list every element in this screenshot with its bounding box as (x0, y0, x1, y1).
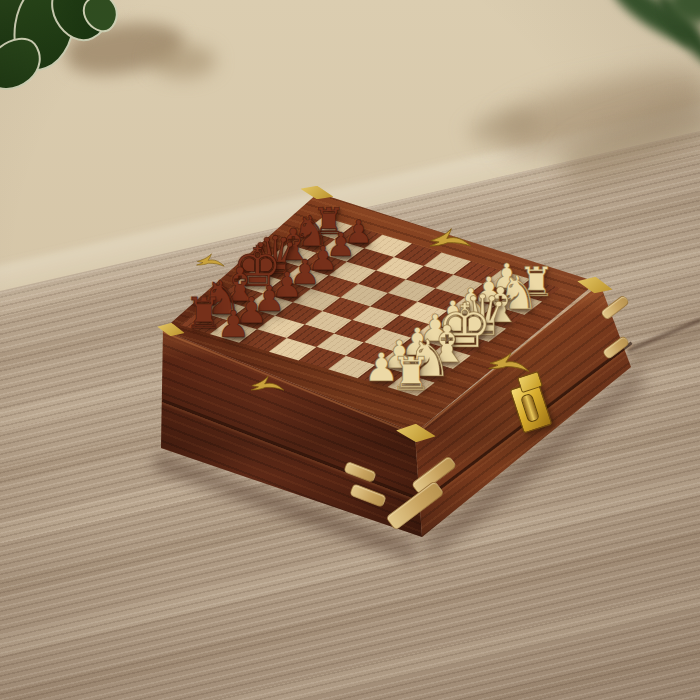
photo-scene: ♜♞♝♛♚♝♞♜♟♟♟♟♟♟♟♟♟♟♟♟♟♟♟♟♜♞♝♛♚♝♞♜ (0, 0, 700, 700)
leaf-shadow (150, 44, 216, 78)
piece-white-rook-h1[interactable]: ♜ (351, 351, 471, 398)
piece-black-pawn-h7[interactable]: ♟ (173, 306, 293, 343)
